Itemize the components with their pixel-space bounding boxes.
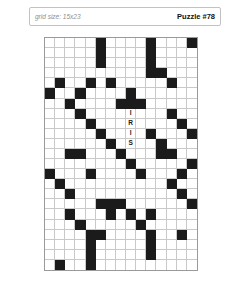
black-cell <box>86 169 96 179</box>
empty-cell[interactable] <box>156 78 166 88</box>
empty-cell[interactable] <box>167 99 177 109</box>
empty-cell[interactable] <box>55 139 65 149</box>
empty-cell[interactable] <box>75 230 85 240</box>
empty-cell[interactable] <box>177 58 187 68</box>
empty-cell[interactable] <box>86 159 96 169</box>
empty-cell[interactable] <box>96 99 106 109</box>
empty-cell[interactable] <box>156 250 166 260</box>
empty-cell[interactable] <box>75 68 85 78</box>
empty-cell[interactable] <box>86 189 96 199</box>
empty-cell[interactable] <box>116 48 126 58</box>
empty-cell[interactable] <box>156 129 166 139</box>
empty-cell[interactable] <box>45 38 55 48</box>
empty-cell[interactable] <box>96 220 106 230</box>
empty-cell[interactable] <box>65 78 75 88</box>
empty-cell[interactable] <box>116 260 126 270</box>
empty-cell[interactable] <box>106 68 116 78</box>
empty-cell[interactable] <box>167 220 177 230</box>
empty-cell[interactable] <box>146 88 156 98</box>
empty-cell[interactable] <box>177 149 187 159</box>
empty-cell[interactable] <box>86 58 96 68</box>
empty-cell[interactable] <box>65 169 75 179</box>
empty-cell[interactable] <box>187 240 197 250</box>
empty-cell[interactable] <box>65 139 75 149</box>
empty-cell[interactable] <box>156 88 166 98</box>
empty-cell[interactable] <box>167 230 177 240</box>
empty-cell[interactable] <box>106 230 116 240</box>
empty-cell[interactable] <box>156 169 166 179</box>
empty-cell[interactable] <box>86 38 96 48</box>
empty-cell[interactable] <box>65 48 75 58</box>
empty-cell[interactable] <box>45 119 55 129</box>
empty-cell[interactable] <box>96 179 106 189</box>
empty-cell[interactable] <box>156 220 166 230</box>
empty-cell[interactable] <box>96 88 106 98</box>
black-cell <box>136 220 146 230</box>
empty-cell[interactable] <box>106 220 116 230</box>
empty-cell[interactable] <box>106 38 116 48</box>
black-cell <box>167 149 177 159</box>
empty-cell[interactable] <box>156 230 166 240</box>
empty-cell[interactable] <box>187 139 197 149</box>
empty-cell[interactable] <box>187 169 197 179</box>
empty-cell[interactable] <box>136 240 146 250</box>
empty-cell[interactable] <box>136 260 146 270</box>
empty-cell[interactable] <box>75 199 85 209</box>
prefilled-letter-cell[interactable]: S <box>126 139 136 149</box>
empty-cell[interactable] <box>187 179 197 189</box>
empty-cell[interactable] <box>86 109 96 119</box>
black-cell <box>75 220 85 230</box>
empty-cell[interactable] <box>86 129 96 139</box>
empty-cell[interactable] <box>55 149 65 159</box>
empty-cell[interactable] <box>126 38 136 48</box>
empty-cell[interactable] <box>177 199 187 209</box>
empty-cell[interactable] <box>106 159 116 169</box>
empty-cell[interactable] <box>86 139 96 149</box>
empty-cell[interactable] <box>177 88 187 98</box>
empty-cell[interactable] <box>136 149 146 159</box>
empty-cell[interactable] <box>45 129 55 139</box>
empty-cell[interactable] <box>55 209 65 219</box>
empty-cell[interactable] <box>136 78 146 88</box>
empty-cell[interactable] <box>86 199 96 209</box>
empty-cell[interactable] <box>177 129 187 139</box>
empty-cell[interactable] <box>96 109 106 119</box>
empty-cell[interactable] <box>146 199 156 209</box>
empty-cell[interactable] <box>116 209 126 219</box>
empty-cell[interactable] <box>187 189 197 199</box>
empty-cell[interactable] <box>187 149 197 159</box>
empty-cell[interactable] <box>65 230 75 240</box>
empty-cell[interactable] <box>187 260 197 270</box>
empty-cell[interactable] <box>55 68 65 78</box>
empty-cell[interactable] <box>86 68 96 78</box>
empty-cell[interactable] <box>156 179 166 189</box>
empty-cell[interactable] <box>65 129 75 139</box>
black-cell <box>86 119 96 129</box>
empty-cell[interactable] <box>75 169 85 179</box>
black-cell <box>167 179 177 189</box>
black-cell <box>55 179 65 189</box>
empty-cell[interactable] <box>86 99 96 109</box>
empty-cell[interactable] <box>55 88 65 98</box>
empty-cell[interactable] <box>156 209 166 219</box>
empty-cell[interactable] <box>156 38 166 48</box>
empty-cell[interactable] <box>106 149 116 159</box>
empty-cell[interactable] <box>55 250 65 260</box>
prefilled-letter-cell[interactable]: I <box>126 129 136 139</box>
empty-cell[interactable] <box>55 169 65 179</box>
empty-cell[interactable] <box>187 78 197 88</box>
empty-cell[interactable] <box>136 230 146 240</box>
empty-cell[interactable] <box>55 199 65 209</box>
empty-cell[interactable] <box>136 38 146 48</box>
empty-cell[interactable] <box>146 119 156 129</box>
empty-cell[interactable] <box>45 139 55 149</box>
empty-cell[interactable] <box>156 119 166 129</box>
empty-cell[interactable] <box>167 38 177 48</box>
empty-cell[interactable] <box>187 99 197 109</box>
empty-cell[interactable] <box>156 260 166 270</box>
black-cell <box>45 169 55 179</box>
empty-cell[interactable] <box>96 68 106 78</box>
empty-cell[interactable] <box>136 129 146 139</box>
empty-cell[interactable] <box>136 88 146 98</box>
empty-cell[interactable] <box>106 99 116 109</box>
empty-cell[interactable] <box>45 68 55 78</box>
black-cell <box>126 88 136 98</box>
empty-cell[interactable] <box>45 78 55 88</box>
empty-cell[interactable] <box>45 159 55 169</box>
empty-cell[interactable] <box>167 159 177 169</box>
black-cell <box>75 149 85 159</box>
empty-cell[interactable] <box>116 58 126 68</box>
empty-cell[interactable] <box>75 260 85 270</box>
empty-cell[interactable] <box>45 179 55 189</box>
empty-cell[interactable] <box>45 189 55 199</box>
empty-cell[interactable] <box>187 48 197 58</box>
empty-cell[interactable] <box>45 149 55 159</box>
empty-cell[interactable] <box>116 68 126 78</box>
empty-cell[interactable] <box>65 119 75 129</box>
empty-cell[interactable] <box>106 119 116 129</box>
empty-cell[interactable] <box>146 220 156 230</box>
empty-cell[interactable] <box>177 209 187 219</box>
empty-cell[interactable] <box>146 109 156 119</box>
empty-cell[interactable] <box>187 119 197 129</box>
empty-cell[interactable] <box>167 240 177 250</box>
empty-cell[interactable] <box>167 169 177 179</box>
empty-cell[interactable] <box>146 260 156 270</box>
empty-cell[interactable] <box>167 139 177 149</box>
empty-cell[interactable] <box>65 58 75 68</box>
empty-cell[interactable] <box>55 230 65 240</box>
empty-cell[interactable] <box>167 68 177 78</box>
empty-cell[interactable] <box>136 159 146 169</box>
empty-cell[interactable] <box>136 139 146 149</box>
empty-cell[interactable] <box>96 189 106 199</box>
empty-cell[interactable] <box>187 58 197 68</box>
empty-cell[interactable] <box>116 38 126 48</box>
empty-cell[interactable] <box>187 209 197 219</box>
empty-cell[interactable] <box>116 129 126 139</box>
empty-cell[interactable] <box>65 68 75 78</box>
empty-cell[interactable] <box>65 220 75 230</box>
empty-cell[interactable] <box>75 78 85 88</box>
empty-cell[interactable] <box>55 58 65 68</box>
empty-cell[interactable] <box>45 199 55 209</box>
empty-cell[interactable] <box>65 179 75 189</box>
prefilled-letter-cell[interactable]: R <box>126 119 136 129</box>
empty-cell[interactable] <box>75 139 85 149</box>
empty-cell[interactable] <box>156 58 166 68</box>
empty-cell[interactable] <box>106 189 116 199</box>
empty-cell[interactable] <box>45 260 55 270</box>
empty-cell[interactable] <box>55 240 65 250</box>
black-cell <box>96 48 106 58</box>
empty-cell[interactable] <box>136 58 146 68</box>
empty-cell[interactable] <box>156 240 166 250</box>
empty-cell[interactable] <box>146 78 156 88</box>
empty-cell[interactable] <box>55 129 65 139</box>
empty-cell[interactable] <box>96 209 106 219</box>
empty-cell[interactable] <box>96 149 106 159</box>
empty-cell[interactable] <box>146 159 156 169</box>
empty-cell[interactable] <box>136 109 146 119</box>
black-cell <box>45 88 55 98</box>
empty-cell[interactable] <box>106 250 116 260</box>
empty-cell[interactable] <box>187 220 197 230</box>
empty-cell[interactable] <box>156 99 166 109</box>
empty-cell[interactable] <box>177 38 187 48</box>
empty-cell[interactable] <box>146 169 156 179</box>
empty-cell[interactable] <box>55 99 65 109</box>
empty-cell[interactable] <box>116 159 126 169</box>
black-cell <box>187 38 197 48</box>
empty-cell[interactable] <box>106 169 116 179</box>
empty-cell[interactable] <box>136 179 146 189</box>
empty-cell[interactable] <box>75 159 85 169</box>
empty-cell[interactable] <box>75 38 85 48</box>
empty-cell[interactable] <box>167 250 177 260</box>
empty-cell[interactable] <box>96 78 106 88</box>
empty-cell[interactable] <box>177 68 187 78</box>
empty-cell[interactable] <box>86 149 96 159</box>
empty-cell[interactable] <box>187 250 197 260</box>
empty-cell[interactable] <box>136 209 146 219</box>
empty-cell[interactable] <box>167 209 177 219</box>
empty-cell[interactable] <box>177 179 187 189</box>
black-cell <box>96 38 106 48</box>
empty-cell[interactable] <box>106 48 116 58</box>
empty-cell[interactable] <box>65 109 75 119</box>
empty-cell[interactable] <box>126 68 136 78</box>
black-cell <box>146 48 156 58</box>
empty-cell[interactable] <box>156 199 166 209</box>
empty-cell[interactable] <box>65 38 75 48</box>
empty-cell[interactable] <box>55 48 65 58</box>
empty-cell[interactable] <box>156 109 166 119</box>
empty-cell[interactable] <box>116 109 126 119</box>
empty-cell[interactable] <box>96 139 106 149</box>
empty-cell[interactable] <box>75 48 85 58</box>
empty-cell[interactable] <box>45 48 55 58</box>
empty-cell[interactable] <box>126 250 136 260</box>
empty-cell[interactable] <box>177 159 187 169</box>
empty-cell[interactable] <box>126 220 136 230</box>
empty-cell[interactable] <box>96 119 106 129</box>
empty-cell[interactable] <box>45 250 55 260</box>
empty-cell[interactable] <box>177 78 187 88</box>
empty-cell[interactable] <box>126 189 136 199</box>
empty-cell[interactable] <box>65 250 75 260</box>
empty-cell[interactable] <box>136 250 146 260</box>
empty-cell[interactable] <box>116 240 126 250</box>
empty-cell[interactable] <box>177 220 187 230</box>
prefilled-letter-cell[interactable]: I <box>126 109 136 119</box>
empty-cell[interactable] <box>116 78 126 88</box>
empty-cell[interactable] <box>96 159 106 169</box>
empty-cell[interactable] <box>96 169 106 179</box>
empty-cell[interactable] <box>126 169 136 179</box>
empty-cell[interactable] <box>167 199 177 209</box>
empty-cell[interactable] <box>106 58 116 68</box>
empty-cell[interactable] <box>65 260 75 270</box>
empty-cell[interactable] <box>65 240 75 250</box>
empty-cell[interactable] <box>75 129 85 139</box>
empty-cell[interactable] <box>177 99 187 109</box>
empty-cell[interactable] <box>156 159 166 169</box>
empty-cell[interactable] <box>55 119 65 129</box>
empty-cell[interactable] <box>116 179 126 189</box>
empty-cell[interactable] <box>106 179 116 189</box>
empty-cell[interactable] <box>136 119 146 129</box>
empty-cell[interactable] <box>86 179 96 189</box>
empty-cell[interactable] <box>75 209 85 219</box>
empty-cell[interactable] <box>187 230 197 240</box>
empty-cell[interactable] <box>126 78 136 88</box>
empty-cell[interactable] <box>45 209 55 219</box>
empty-cell[interactable] <box>86 209 96 219</box>
empty-cell[interactable] <box>177 109 187 119</box>
empty-cell[interactable] <box>146 179 156 189</box>
empty-cell[interactable] <box>55 189 65 199</box>
empty-cell[interactable] <box>86 48 96 58</box>
empty-cell[interactable] <box>126 199 136 209</box>
empty-cell[interactable] <box>45 58 55 68</box>
empty-cell[interactable] <box>45 99 55 109</box>
black-cell <box>65 99 75 109</box>
empty-cell[interactable] <box>45 220 55 230</box>
empty-cell[interactable] <box>177 139 187 149</box>
empty-cell[interactable] <box>116 220 126 230</box>
empty-cell[interactable] <box>116 119 126 129</box>
empty-cell[interactable] <box>65 159 75 169</box>
empty-cell[interactable] <box>126 58 136 68</box>
empty-cell[interactable] <box>106 129 116 139</box>
empty-cell[interactable] <box>126 48 136 58</box>
empty-cell[interactable] <box>116 169 126 179</box>
empty-cell[interactable] <box>96 250 106 260</box>
empty-cell[interactable] <box>126 240 136 250</box>
empty-cell[interactable] <box>65 88 75 98</box>
empty-cell[interactable] <box>106 260 116 270</box>
empty-cell[interactable] <box>167 260 177 270</box>
empty-cell[interactable] <box>167 48 177 58</box>
empty-cell[interactable] <box>45 230 55 240</box>
empty-cell[interactable] <box>146 149 156 159</box>
empty-cell[interactable] <box>136 48 146 58</box>
empty-cell[interactable] <box>75 99 85 109</box>
empty-cell[interactable] <box>187 109 197 119</box>
empty-cell[interactable] <box>75 189 85 199</box>
empty-cell[interactable] <box>65 199 75 209</box>
empty-cell[interactable] <box>75 250 85 260</box>
empty-cell[interactable] <box>156 189 166 199</box>
empty-cell[interactable] <box>177 260 187 270</box>
empty-cell[interactable] <box>106 88 116 98</box>
empty-cell[interactable] <box>86 88 96 98</box>
empty-cell[interactable] <box>167 189 177 199</box>
empty-cell[interactable] <box>86 220 96 230</box>
empty-cell[interactable] <box>116 139 126 149</box>
empty-cell[interactable] <box>75 240 85 250</box>
empty-cell[interactable] <box>146 189 156 199</box>
empty-cell[interactable] <box>55 220 65 230</box>
empty-cell[interactable] <box>45 240 55 250</box>
empty-cell[interactable] <box>116 250 126 260</box>
empty-cell[interactable] <box>75 179 85 189</box>
empty-cell[interactable] <box>55 38 65 48</box>
empty-cell[interactable] <box>167 129 177 139</box>
empty-cell[interactable] <box>96 260 106 270</box>
empty-cell[interactable] <box>126 260 136 270</box>
empty-cell[interactable] <box>136 189 146 199</box>
empty-cell[interactable] <box>187 88 197 98</box>
empty-cell[interactable] <box>126 149 136 159</box>
empty-cell[interactable] <box>177 240 187 250</box>
empty-cell[interactable] <box>177 250 187 260</box>
empty-cell[interactable] <box>136 68 146 78</box>
puzzle-number-label: Puzzle #78 <box>177 12 215 21</box>
empty-cell[interactable] <box>75 119 85 129</box>
empty-cell[interactable] <box>106 109 116 119</box>
empty-cell[interactable] <box>146 139 156 149</box>
empty-cell[interactable] <box>187 68 197 78</box>
empty-cell[interactable] <box>106 240 116 250</box>
empty-cell[interactable] <box>136 199 146 209</box>
empty-cell[interactable] <box>45 109 55 119</box>
empty-cell[interactable] <box>116 189 126 199</box>
empty-cell[interactable] <box>167 58 177 68</box>
empty-cell[interactable] <box>55 159 65 169</box>
empty-cell[interactable] <box>75 58 85 68</box>
black-cell <box>86 240 96 250</box>
empty-cell[interactable] <box>156 48 166 58</box>
empty-cell[interactable] <box>146 99 156 109</box>
empty-cell[interactable] <box>55 109 65 119</box>
black-cell <box>96 129 106 139</box>
empty-cell[interactable] <box>177 48 187 58</box>
empty-cell[interactable] <box>126 230 136 240</box>
empty-cell[interactable] <box>167 119 177 129</box>
empty-cell[interactable] <box>116 88 126 98</box>
empty-cell[interactable] <box>96 240 106 250</box>
empty-cell[interactable] <box>126 179 136 189</box>
empty-cell[interactable] <box>167 88 177 98</box>
empty-cell[interactable] <box>116 230 126 240</box>
